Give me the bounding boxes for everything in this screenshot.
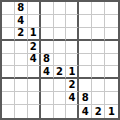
cell-r2c6[interactable]	[66, 15, 79, 28]
cell-r7c6-given[interactable]: 2	[66, 79, 79, 92]
cell-r1c5[interactable]	[54, 2, 67, 15]
cell-r3c7[interactable]	[79, 28, 92, 41]
cell-r3c3-given[interactable]: 1	[28, 28, 41, 41]
cell-r6c6-given[interactable]: 1	[66, 66, 79, 79]
cell-r8c4[interactable]	[41, 92, 54, 105]
cell-r7c3[interactable]	[28, 79, 41, 92]
cell-r9c4[interactable]	[41, 105, 54, 118]
cell-r6c3[interactable]	[28, 66, 41, 79]
cell-r2c4[interactable]	[41, 15, 54, 28]
cell-r3c1[interactable]	[2, 28, 15, 41]
cell-r6c9[interactable]	[105, 66, 118, 79]
cell-r6c7[interactable]	[79, 66, 92, 79]
cell-r8c9[interactable]	[105, 92, 118, 105]
cell-r9c7-given[interactable]: 4	[79, 105, 92, 118]
cell-r9c1[interactable]	[2, 105, 15, 118]
cell-r1c7[interactable]	[79, 2, 92, 15]
cell-r2c2-given[interactable]: 4	[15, 15, 28, 28]
cell-r3c9[interactable]	[105, 28, 118, 41]
cell-r2c9[interactable]	[105, 15, 118, 28]
cell-r3c8[interactable]	[92, 28, 105, 41]
cell-r2c1[interactable]	[2, 15, 15, 28]
cell-r6c8[interactable]	[92, 66, 105, 79]
cell-r3c2-given[interactable]: 2	[15, 28, 28, 41]
cell-r4c4[interactable]	[41, 41, 54, 54]
cell-r9c3[interactable]	[28, 105, 41, 118]
cell-r4c3-given[interactable]: 2	[28, 41, 41, 54]
cell-r4c7[interactable]	[79, 41, 92, 54]
cell-r3c6[interactable]	[66, 28, 79, 41]
cell-r7c8[interactable]	[92, 79, 105, 92]
cell-r7c2[interactable]	[15, 79, 28, 92]
cell-r7c5[interactable]	[54, 79, 67, 92]
cell-r9c8-given[interactable]: 2	[92, 105, 105, 118]
cell-r2c8[interactable]	[92, 15, 105, 28]
cell-r8c6-given[interactable]: 4	[66, 92, 79, 105]
cell-r8c8[interactable]	[92, 92, 105, 105]
cell-r1c3[interactable]	[28, 2, 41, 15]
cell-r5c5[interactable]	[54, 54, 67, 67]
cell-r5c7[interactable]	[79, 54, 92, 67]
cell-r4c2[interactable]	[15, 41, 28, 54]
cell-r1c6[interactable]	[66, 2, 79, 15]
cell-r1c4[interactable]	[41, 2, 54, 15]
cell-r2c3[interactable]	[28, 15, 41, 28]
cell-r4c8[interactable]	[92, 41, 105, 54]
cell-r3c5[interactable]	[54, 28, 67, 41]
sudoku-board: 8421248421248421	[0, 0, 120, 120]
cell-r9c5[interactable]	[54, 105, 67, 118]
cell-r5c4-given[interactable]: 8	[41, 54, 54, 67]
cell-r9c9-given[interactable]: 1	[105, 105, 118, 118]
cell-r7c7[interactable]	[79, 79, 92, 92]
cell-r1c1[interactable]	[2, 2, 15, 15]
cell-r5c2[interactable]	[15, 54, 28, 67]
cell-r5c6[interactable]	[66, 54, 79, 67]
cell-r7c1[interactable]	[2, 79, 15, 92]
cell-r6c1[interactable]	[2, 66, 15, 79]
cell-r8c5[interactable]	[54, 92, 67, 105]
cell-r4c6[interactable]	[66, 41, 79, 54]
cell-r9c2[interactable]	[15, 105, 28, 118]
cell-r8c3[interactable]	[28, 92, 41, 105]
cell-r5c1[interactable]	[2, 54, 15, 67]
cell-r1c9[interactable]	[105, 2, 118, 15]
cell-r2c5[interactable]	[54, 15, 67, 28]
cell-r1c8[interactable]	[92, 2, 105, 15]
cell-r6c4-given[interactable]: 4	[41, 66, 54, 79]
cell-r8c7-given[interactable]: 8	[79, 92, 92, 105]
cell-r4c9[interactable]	[105, 41, 118, 54]
cell-r2c7[interactable]	[79, 15, 92, 28]
cell-r1c2-given[interactable]: 8	[15, 2, 28, 15]
cell-r6c2[interactable]	[15, 66, 28, 79]
cell-r6c5-given[interactable]: 2	[54, 66, 67, 79]
cell-r7c9[interactable]	[105, 79, 118, 92]
cell-r5c8[interactable]	[92, 54, 105, 67]
cell-r4c1[interactable]	[2, 41, 15, 54]
cell-r7c4[interactable]	[41, 79, 54, 92]
cell-r4c5[interactable]	[54, 41, 67, 54]
cell-r5c3-given[interactable]: 4	[28, 54, 41, 67]
cell-r8c1[interactable]	[2, 92, 15, 105]
cell-r3c4[interactable]	[41, 28, 54, 41]
cell-r5c9[interactable]	[105, 54, 118, 67]
cell-r8c2[interactable]	[15, 92, 28, 105]
cell-r9c6[interactable]	[66, 105, 79, 118]
